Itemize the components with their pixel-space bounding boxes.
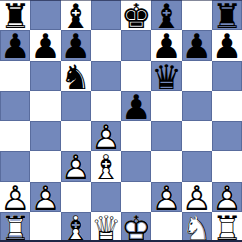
square-b1[interactable] bbox=[30, 212, 60, 242]
white-pawn-icon: ♙ bbox=[61, 152, 91, 182]
white-rook-icon: ♖ bbox=[0, 212, 30, 242]
square-f7[interactable]: ♟ bbox=[151, 30, 181, 60]
white-bishop-fill: ♝ bbox=[91, 152, 121, 182]
square-e7[interactable] bbox=[121, 30, 151, 60]
white-king-icon: ♔ bbox=[121, 212, 151, 242]
square-h8[interactable]: ♜ bbox=[212, 0, 242, 30]
square-h1[interactable]: ♜♖ bbox=[212, 212, 242, 242]
square-h3[interactable] bbox=[212, 151, 242, 181]
square-a4[interactable] bbox=[0, 121, 30, 151]
square-d8[interactable] bbox=[91, 0, 121, 30]
white-pawn-icon: ♙ bbox=[0, 182, 30, 212]
square-d4[interactable]: ♟♙ bbox=[91, 121, 121, 151]
square-a5[interactable] bbox=[0, 91, 30, 121]
black-pawn-icon: ♟ bbox=[182, 31, 212, 61]
white-bishop-icon: ♗ bbox=[61, 212, 91, 242]
square-h2[interactable]: ♟♙ bbox=[212, 182, 242, 212]
square-f8[interactable]: ♝ bbox=[151, 0, 181, 30]
square-b8[interactable] bbox=[30, 0, 60, 30]
black-pawn-icon: ♟ bbox=[121, 91, 151, 121]
square-c1[interactable]: ♝♗ bbox=[61, 212, 91, 242]
chess-board: ♜♝♚♝♜♟♟♟♟♟♟♞♛♟♟♙♟♙♝♗♟♙♟♙♟♙♟♙♟♙♜♖♝♗♛♕♚♔♞♘… bbox=[0, 0, 242, 242]
white-bishop-icon: ♗ bbox=[91, 152, 121, 182]
square-h7[interactable]: ♟ bbox=[212, 30, 242, 60]
square-b5[interactable] bbox=[30, 91, 60, 121]
square-g8[interactable] bbox=[182, 0, 212, 30]
black-king-icon: ♚ bbox=[121, 1, 151, 31]
square-g2[interactable]: ♟♙ bbox=[182, 182, 212, 212]
square-e4[interactable] bbox=[121, 121, 151, 151]
square-a3[interactable] bbox=[0, 151, 30, 181]
white-pawn-fill: ♟ bbox=[151, 182, 181, 212]
square-b4[interactable] bbox=[30, 121, 60, 151]
square-a2[interactable]: ♟♙ bbox=[0, 182, 30, 212]
square-b6[interactable] bbox=[30, 61, 60, 91]
black-bishop-icon: ♝ bbox=[61, 1, 91, 31]
square-g4[interactable] bbox=[182, 121, 212, 151]
square-e6[interactable] bbox=[121, 61, 151, 91]
square-d7[interactable] bbox=[91, 30, 121, 60]
square-b2[interactable]: ♟♙ bbox=[30, 182, 60, 212]
black-pawn-icon: ♟ bbox=[30, 31, 60, 61]
square-c5[interactable] bbox=[61, 91, 91, 121]
square-h6[interactable] bbox=[212, 61, 242, 91]
square-g7[interactable]: ♟ bbox=[182, 30, 212, 60]
white-pawn-fill: ♟ bbox=[30, 182, 60, 212]
black-pawn-icon: ♟ bbox=[0, 31, 30, 61]
white-pawn-icon: ♙ bbox=[182, 182, 212, 212]
white-pawn-icon: ♙ bbox=[91, 122, 121, 152]
square-f4[interactable] bbox=[151, 121, 181, 151]
square-d6[interactable] bbox=[91, 61, 121, 91]
white-pawn-fill: ♟ bbox=[212, 182, 242, 212]
white-pawn-icon: ♙ bbox=[151, 182, 181, 212]
square-a1[interactable]: ♜♖ bbox=[0, 212, 30, 242]
black-bishop-icon: ♝ bbox=[151, 1, 181, 31]
square-c6[interactable]: ♞ bbox=[61, 61, 91, 91]
square-e2[interactable] bbox=[121, 182, 151, 212]
white-knight-icon: ♘ bbox=[182, 212, 212, 242]
square-f6[interactable]: ♛ bbox=[151, 61, 181, 91]
square-c8[interactable]: ♝ bbox=[61, 0, 91, 30]
white-pawn-fill: ♟ bbox=[182, 182, 212, 212]
white-rook-icon: ♖ bbox=[212, 212, 242, 242]
square-d1[interactable]: ♛♕ bbox=[91, 212, 121, 242]
white-pawn-fill: ♟ bbox=[91, 122, 121, 152]
square-d2[interactable] bbox=[91, 182, 121, 212]
square-c4[interactable] bbox=[61, 121, 91, 151]
white-queen-icon: ♕ bbox=[91, 212, 121, 242]
square-h4[interactable] bbox=[212, 121, 242, 151]
white-queen-fill: ♛ bbox=[91, 212, 121, 242]
square-c3[interactable]: ♟♙ bbox=[61, 151, 91, 181]
black-rook-icon: ♜ bbox=[212, 1, 242, 31]
white-pawn-fill: ♟ bbox=[0, 182, 30, 212]
black-pawn-icon: ♟ bbox=[151, 31, 181, 61]
white-rook-fill: ♜ bbox=[0, 212, 30, 242]
square-f2[interactable]: ♟♙ bbox=[151, 182, 181, 212]
black-pawn-icon: ♟ bbox=[212, 31, 242, 61]
square-a8[interactable]: ♜ bbox=[0, 0, 30, 30]
square-e3[interactable] bbox=[121, 151, 151, 181]
square-c7[interactable]: ♟ bbox=[61, 30, 91, 60]
black-knight-icon: ♞ bbox=[61, 61, 91, 91]
square-e8[interactable]: ♚ bbox=[121, 0, 151, 30]
square-f3[interactable] bbox=[151, 151, 181, 181]
square-h5[interactable] bbox=[212, 91, 242, 121]
chess-board-container: ♜♝♚♝♜♟♟♟♟♟♟♞♛♟♟♙♟♙♝♗♟♙♟♙♟♙♟♙♟♙♜♖♝♗♛♕♚♔♞♘… bbox=[0, 0, 242, 242]
white-bishop-fill: ♝ bbox=[61, 212, 91, 242]
square-b7[interactable]: ♟ bbox=[30, 30, 60, 60]
white-pawn-icon: ♙ bbox=[30, 182, 60, 212]
square-a6[interactable] bbox=[0, 61, 30, 91]
square-g1[interactable]: ♞♘ bbox=[182, 212, 212, 242]
white-rook-fill: ♜ bbox=[212, 212, 242, 242]
white-knight-fill: ♞ bbox=[182, 212, 212, 242]
white-king-fill: ♚ bbox=[121, 212, 151, 242]
square-c2[interactable] bbox=[61, 182, 91, 212]
square-g3[interactable] bbox=[182, 151, 212, 181]
square-g5[interactable] bbox=[182, 91, 212, 121]
square-e1[interactable]: ♚♔ bbox=[121, 212, 151, 242]
square-a7[interactable]: ♟ bbox=[0, 30, 30, 60]
black-pawn-icon: ♟ bbox=[61, 31, 91, 61]
square-g6[interactable] bbox=[182, 61, 212, 91]
square-f5[interactable] bbox=[151, 91, 181, 121]
square-e5[interactable]: ♟ bbox=[121, 91, 151, 121]
white-pawn-icon: ♙ bbox=[212, 182, 242, 212]
square-d5[interactable] bbox=[91, 91, 121, 121]
black-queen-icon: ♛ bbox=[151, 61, 181, 91]
square-b3[interactable] bbox=[30, 151, 60, 181]
white-pawn-fill: ♟ bbox=[61, 152, 91, 182]
black-rook-icon: ♜ bbox=[0, 1, 30, 31]
square-d3[interactable]: ♝♗ bbox=[91, 151, 121, 181]
square-f1[interactable] bbox=[151, 212, 181, 242]
